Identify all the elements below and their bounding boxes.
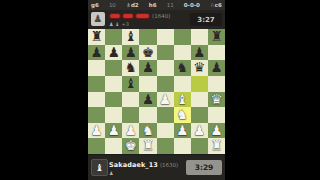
square-g4[interactable] [191,92,208,108]
square-a4[interactable] [88,92,105,108]
indonesia-flag-icon [172,14,180,19]
square-d1[interactable]: ♜ [139,138,156,154]
square-h4[interactable]: ♛ [208,92,225,108]
game-screen: g610♗d2h6110-0-0♘c6 ♟ (1640) ♟ ♝ +3 3:27… [88,0,225,180]
move-token[interactable]: ♘c6 [210,2,222,8]
opponent-rating: (1640) [152,13,170,19]
move-token[interactable]: h6 [149,2,157,8]
white-knight: ♞ [142,123,154,137]
black-pawn: ♟ [210,61,222,75]
white-rook: ♜ [210,139,222,153]
square-a2[interactable]: ♟ [88,123,105,139]
player-rating: (1630) [160,162,178,168]
opponent-clock: 3:27 [190,13,222,26]
white-pawn: ♟ [159,92,171,106]
square-g2[interactable]: ♟ [191,123,208,139]
player-captured-line: ♟ [109,171,113,176]
square-c1[interactable]: ♚ [122,138,139,154]
square-f2[interactable]: ♟ [174,123,191,139]
move-token[interactable]: g6 [91,2,99,8]
black-queen: ♛ [193,61,205,75]
censor-pill [135,13,150,19]
left-letterbox-bar [0,0,88,180]
move-number: 10 [109,2,116,8]
square-h7[interactable] [208,45,225,61]
square-g3[interactable] [191,107,208,123]
black-knight: ♞ [176,61,188,75]
white-knight: ♞ [176,108,188,122]
square-d2[interactable]: ♞ [139,123,156,139]
white-pawn: ♟ [108,123,120,137]
square-g8[interactable] [191,29,208,45]
square-g5[interactable] [191,76,208,92]
opponent-captured-line: ♟ ♝ +3 [109,21,129,27]
material-score: +3 [122,21,129,27]
square-c2[interactable]: ♟ [122,123,139,139]
square-e5[interactable] [157,76,174,92]
black-pawn: ♟ [125,45,137,59]
player-clock-active: 3:29 [186,160,222,175]
square-c7[interactable]: ♟ [122,45,139,61]
black-pawn: ♟ [108,45,120,59]
square-c3[interactable] [122,107,139,123]
square-f3[interactable]: ♞ [174,107,191,123]
square-h5[interactable] [208,76,225,92]
censor-pill [122,13,134,19]
opponent-name-line: (1640) [109,13,180,19]
player-avatar[interactable]: ♝ [91,159,108,176]
square-d8[interactable] [139,29,156,45]
square-a1[interactable] [88,138,105,154]
square-g6[interactable]: ♛ [191,60,208,76]
black-rook: ♜ [91,30,103,44]
square-a6[interactable] [88,60,105,76]
square-d4[interactable]: ♟ [139,92,156,108]
video-frame: g610♗d2h6110-0-0♘c6 ♟ (1640) ♟ ♝ +3 3:27… [0,0,320,180]
square-e1[interactable] [157,138,174,154]
white-queen: ♛ [210,92,222,106]
square-h6[interactable]: ♟ [208,60,225,76]
square-e7[interactable] [157,45,174,61]
black-pawn: ♟ [193,45,205,59]
square-f6[interactable]: ♞ [174,60,191,76]
square-b8[interactable] [105,29,122,45]
square-h2[interactable]: ♟ [208,123,225,139]
opponent-avatar[interactable]: ♟ [91,12,105,26]
square-h8[interactable]: ♜ [208,29,225,45]
square-f8[interactable] [174,29,191,45]
square-d5[interactable] [139,76,156,92]
square-h3[interactable] [208,107,225,123]
square-e2[interactable] [157,123,174,139]
square-c6[interactable]: ♞ [122,60,139,76]
white-pawn: ♟ [176,123,188,137]
square-a8[interactable]: ♜ [88,29,105,45]
player-username: Sakadaek_13 [109,161,158,169]
square-f7[interactable] [174,45,191,61]
square-b2[interactable]: ♟ [105,123,122,139]
black-bishop: ♝ [125,30,137,44]
black-king: ♚ [142,45,154,59]
captured-pieces-icons: ♟ [109,171,113,176]
square-a7[interactable]: ♟ [88,45,105,61]
censored-name-pills [109,13,150,19]
player-bar: ♝ Sakadaek_13 (1630) ♟ 3:29 [88,154,225,180]
square-c5[interactable]: ♝ [122,76,139,92]
white-bishop: ♝ [176,92,188,106]
square-e8[interactable] [157,29,174,45]
player-name-line: Sakadaek_13 (1630) [109,161,188,169]
black-pawn: ♟ [142,92,154,106]
white-pawn: ♟ [91,123,103,137]
move-token[interactable]: ♗d2 [126,2,139,8]
square-d6[interactable]: ♟ [139,60,156,76]
black-pawn: ♟ [142,61,154,75]
square-b1[interactable] [105,138,122,154]
move-list-bar[interactable]: g610♗d2h6110-0-0♘c6 [88,0,225,10]
square-e6[interactable] [157,60,174,76]
chess-board[interactable]: ♜♝♜♟♟♟♚♟♞♟♞♛♟♝♟♟♝♛♞♟♟♟♞♟♟♟♚♜♜ [88,29,225,154]
square-d3[interactable] [139,107,156,123]
black-pawn: ♟ [91,45,103,59]
black-rook: ♜ [210,30,222,44]
black-knight: ♞ [125,61,137,75]
square-b5[interactable] [105,76,122,92]
move-number: 11 [167,2,174,8]
square-c4[interactable] [122,92,139,108]
square-b3[interactable] [105,107,122,123]
white-pawn: ♟ [193,123,205,137]
black-bishop: ♝ [125,76,137,90]
opponent-player-bar: ♟ (1640) ♟ ♝ +3 3:27 [88,10,225,29]
square-f1[interactable] [174,138,191,154]
captured-pieces-icons: ♟ ♝ [109,22,120,27]
square-c8[interactable]: ♝ [122,29,139,45]
white-king: ♚ [125,139,137,153]
square-g7[interactable]: ♟ [191,45,208,61]
square-b7[interactable]: ♟ [105,45,122,61]
square-f5[interactable] [174,76,191,92]
square-f4[interactable]: ♝ [174,92,191,108]
square-d7[interactable]: ♚ [139,45,156,61]
white-pawn: ♟ [210,123,222,137]
square-g1[interactable] [191,138,208,154]
square-a3[interactable] [88,107,105,123]
square-a5[interactable] [88,76,105,92]
square-b6[interactable] [105,60,122,76]
censor-pill [109,13,121,19]
square-e3[interactable] [157,107,174,123]
square-e4[interactable]: ♟ [157,92,174,108]
square-h1[interactable]: ♜ [208,138,225,154]
right-letterbox-bar [225,0,320,180]
move-token[interactable]: 0-0-0 [184,2,200,8]
avatar-piece-icon: ♝ [95,163,104,173]
avatar-piece-icon: ♟ [94,14,103,24]
white-pawn: ♟ [125,123,137,137]
square-b4[interactable] [105,92,122,108]
white-rook: ♜ [142,139,154,153]
